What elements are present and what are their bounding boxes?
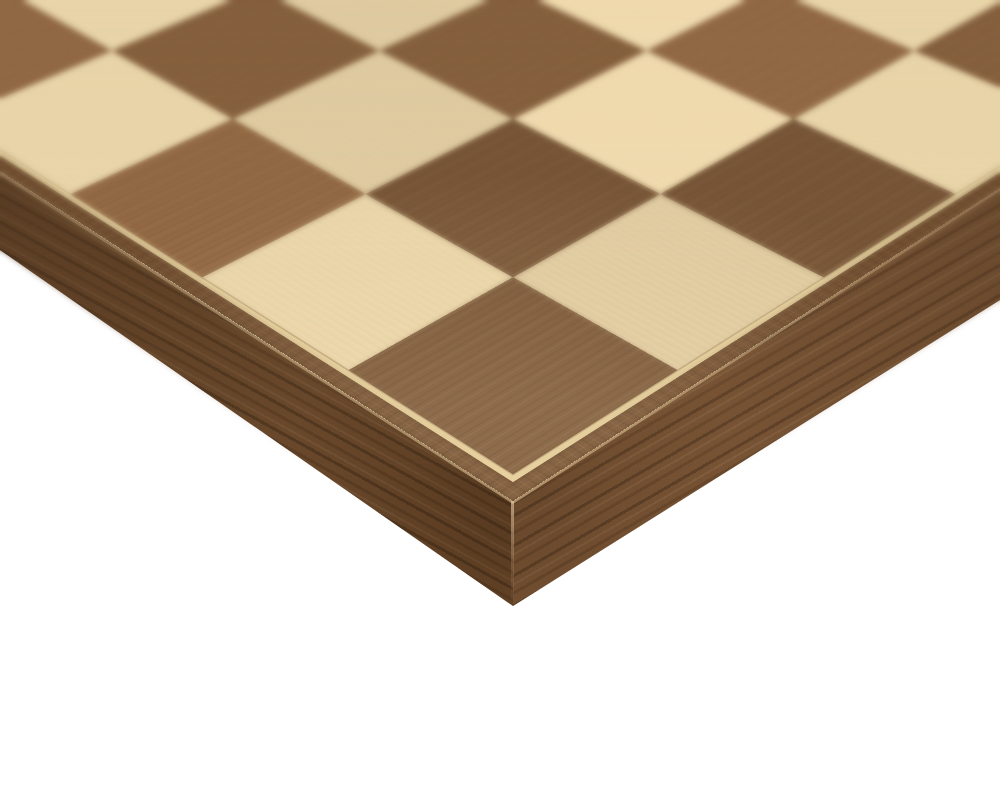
- product-photo: [0, 0, 1000, 800]
- board-perspective-wrap: [0, 0, 1000, 800]
- playing-area: [0, 0, 1000, 474]
- chess-board: [0, 0, 1000, 800]
- board-top-face: [0, 0, 1000, 501]
